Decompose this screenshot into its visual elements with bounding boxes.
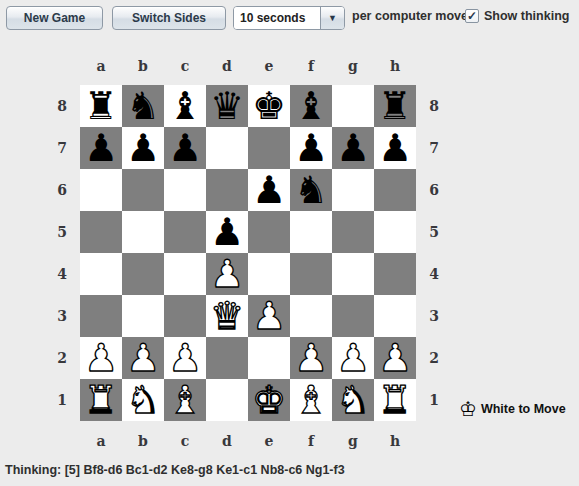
black-pawn[interactable]: ♟	[290, 127, 332, 169]
square-b7[interactable]: ♟	[122, 127, 164, 169]
chess-app-window: New Game Switch Sides 10 seconds ▼ per c…	[0, 0, 579, 486]
square-c2[interactable]: ♟	[164, 337, 206, 379]
square-f7[interactable]: ♟	[290, 127, 332, 169]
white-pawn[interactable]: ♟	[332, 337, 374, 379]
black-knight[interactable]: ♞	[122, 85, 164, 127]
rank-label-3: 3	[52, 295, 72, 337]
black-king[interactable]: ♚	[248, 85, 290, 127]
square-g5[interactable]	[332, 211, 374, 253]
chess-board[interactable]: ♜♞♝♛♚♝♜♟♟♟♟♟♟♟♞♟♟♛♟♟♟♟♟♟♟♜♞♝♚♝♞♜	[80, 85, 416, 421]
square-h3[interactable]	[374, 295, 416, 337]
square-b2[interactable]: ♟	[122, 337, 164, 379]
new-game-button[interactable]: New Game	[6, 6, 103, 30]
rank-label-7: 7	[52, 127, 72, 169]
square-c7[interactable]: ♟	[164, 127, 206, 169]
square-g1[interactable]: ♞	[332, 379, 374, 421]
square-g2[interactable]: ♟	[332, 337, 374, 379]
square-e6[interactable]: ♟	[248, 169, 290, 211]
time-per-move-select[interactable]: 10 seconds ▼	[233, 6, 345, 30]
white-king-icon: ♔	[459, 397, 477, 421]
rank-label-2: 2	[424, 337, 444, 379]
black-rook[interactable]: ♜	[80, 85, 122, 127]
rank-label-8: 8	[424, 85, 444, 127]
square-e8[interactable]: ♚	[248, 85, 290, 127]
rank-label-8: 8	[52, 85, 72, 127]
square-h5[interactable]	[374, 211, 416, 253]
file-labels-top: abcdefgh	[80, 58, 416, 74]
black-pawn[interactable]: ♟	[374, 127, 416, 169]
square-d4[interactable]: ♟	[206, 253, 248, 295]
file-label-f: f	[290, 433, 332, 449]
square-a4[interactable]	[80, 253, 122, 295]
square-f4[interactable]	[290, 253, 332, 295]
square-a5[interactable]	[80, 211, 122, 253]
engine-thinking-line: Thinking: [5] Bf8-d6 Bc1-d2 Ke8-g8 Ke1-c…	[5, 463, 345, 477]
black-pawn[interactable]: ♟	[80, 127, 122, 169]
file-label-c: c	[164, 433, 206, 449]
file-label-h: h	[374, 433, 416, 449]
file-label-e: e	[248, 58, 290, 74]
square-g7[interactable]: ♟	[332, 127, 374, 169]
square-e7[interactable]	[248, 127, 290, 169]
square-a3[interactable]	[80, 295, 122, 337]
white-knight[interactable]: ♞	[332, 379, 374, 421]
square-e1[interactable]: ♚	[248, 379, 290, 421]
square-g4[interactable]	[332, 253, 374, 295]
rank-label-1: 1	[424, 379, 444, 421]
white-queen[interactable]: ♛	[206, 295, 248, 337]
square-b6[interactable]	[122, 169, 164, 211]
file-label-e: e	[248, 433, 290, 449]
rank-label-5: 5	[424, 211, 444, 253]
show-thinking-checkbox[interactable]: ✓	[465, 9, 479, 23]
black-pawn[interactable]: ♟	[206, 211, 248, 253]
square-a1[interactable]: ♜	[80, 379, 122, 421]
file-label-b: b	[122, 58, 164, 74]
white-pawn[interactable]: ♟	[80, 337, 122, 379]
square-a2[interactable]: ♟	[80, 337, 122, 379]
square-h1[interactable]: ♜	[374, 379, 416, 421]
square-b8[interactable]: ♞	[122, 85, 164, 127]
square-d8[interactable]: ♛	[206, 85, 248, 127]
square-e2[interactable]	[248, 337, 290, 379]
chevron-down-icon[interactable]: ▼	[320, 7, 344, 29]
square-e5[interactable]	[248, 211, 290, 253]
square-h4[interactable]	[374, 253, 416, 295]
square-c6[interactable]	[164, 169, 206, 211]
square-f1[interactable]: ♝	[290, 379, 332, 421]
file-label-g: g	[332, 433, 374, 449]
square-e4[interactable]	[248, 253, 290, 295]
file-label-c: c	[164, 58, 206, 74]
file-label-a: a	[80, 433, 122, 449]
rank-label-6: 6	[52, 169, 72, 211]
side-to-move-indicator: ♔ White to Move	[459, 397, 566, 421]
square-d5[interactable]: ♟	[206, 211, 248, 253]
square-a8[interactable]: ♜	[80, 85, 122, 127]
file-label-a: a	[80, 58, 122, 74]
square-b4[interactable]	[122, 253, 164, 295]
square-g3[interactable]	[332, 295, 374, 337]
white-rook[interactable]: ♜	[374, 379, 416, 421]
show-thinking-label: Show thinking	[484, 9, 569, 23]
rank-label-3: 3	[424, 295, 444, 337]
file-label-d: d	[206, 58, 248, 74]
rank-label-1: 1	[52, 379, 72, 421]
file-label-d: d	[206, 433, 248, 449]
white-pawn[interactable]: ♟	[290, 337, 332, 379]
square-f2[interactable]: ♟	[290, 337, 332, 379]
square-c1[interactable]: ♝	[164, 379, 206, 421]
white-pawn[interactable]: ♟	[164, 337, 206, 379]
square-f5[interactable]	[290, 211, 332, 253]
square-b1[interactable]: ♞	[122, 379, 164, 421]
black-pawn[interactable]: ♟	[122, 127, 164, 169]
square-f8[interactable]: ♝	[290, 85, 332, 127]
rank-label-5: 5	[52, 211, 72, 253]
white-bishop[interactable]: ♝	[290, 379, 332, 421]
rank-label-6: 6	[424, 169, 444, 211]
white-pawn[interactable]: ♟	[122, 337, 164, 379]
black-pawn[interactable]: ♟	[248, 169, 290, 211]
white-knight[interactable]: ♞	[122, 379, 164, 421]
black-bishop[interactable]: ♝	[164, 85, 206, 127]
per-computer-move-label: per computer move	[352, 9, 468, 23]
square-d1[interactable]	[206, 379, 248, 421]
checkmark-icon: ✓	[467, 9, 477, 23]
white-pawn[interactable]: ♟	[374, 337, 416, 379]
square-a7[interactable]: ♟	[80, 127, 122, 169]
square-b3[interactable]	[122, 295, 164, 337]
rank-label-7: 7	[424, 127, 444, 169]
file-labels-bottom: abcdefgh	[80, 433, 416, 449]
file-label-b: b	[122, 433, 164, 449]
square-d6[interactable]	[206, 169, 248, 211]
file-label-f: f	[290, 58, 332, 74]
square-h7[interactable]: ♟	[374, 127, 416, 169]
file-label-g: g	[332, 58, 374, 74]
black-rook[interactable]: ♜	[374, 85, 416, 127]
black-pawn[interactable]: ♟	[332, 127, 374, 169]
white-rook[interactable]: ♜	[80, 379, 122, 421]
square-f6[interactable]: ♞	[290, 169, 332, 211]
white-pawn[interactable]: ♟	[248, 295, 290, 337]
square-g8[interactable]	[332, 85, 374, 127]
square-c5[interactable]	[164, 211, 206, 253]
square-e3[interactable]: ♟	[248, 295, 290, 337]
square-h8[interactable]: ♜	[374, 85, 416, 127]
side-to-move-text: White to Move	[481, 402, 566, 416]
square-c4[interactable]	[164, 253, 206, 295]
square-h6[interactable]	[374, 169, 416, 211]
square-b5[interactable]	[122, 211, 164, 253]
square-d7[interactable]	[206, 127, 248, 169]
black-bishop[interactable]: ♝	[290, 85, 332, 127]
rank-label-2: 2	[52, 337, 72, 379]
square-d3[interactable]: ♛	[206, 295, 248, 337]
switch-sides-button[interactable]: Switch Sides	[112, 6, 226, 30]
rank-label-4: 4	[52, 253, 72, 295]
square-c3[interactable]	[164, 295, 206, 337]
rank-labels-left: 87654321	[52, 85, 72, 421]
rank-label-4: 4	[424, 253, 444, 295]
square-h2[interactable]: ♟	[374, 337, 416, 379]
black-knight[interactable]: ♞	[290, 169, 332, 211]
black-queen[interactable]: ♛	[206, 85, 248, 127]
square-a6[interactable]	[80, 169, 122, 211]
file-label-h: h	[374, 58, 416, 74]
white-king[interactable]: ♚	[248, 379, 290, 421]
rank-labels-right: 87654321	[424, 85, 444, 421]
square-d2[interactable]	[206, 337, 248, 379]
square-g6[interactable]	[332, 169, 374, 211]
square-f3[interactable]	[290, 295, 332, 337]
time-per-move-value: 10 seconds	[234, 7, 320, 29]
black-pawn[interactable]: ♟	[164, 127, 206, 169]
white-pawn[interactable]: ♟	[206, 253, 248, 295]
white-bishop[interactable]: ♝	[164, 379, 206, 421]
square-c8[interactable]: ♝	[164, 85, 206, 127]
